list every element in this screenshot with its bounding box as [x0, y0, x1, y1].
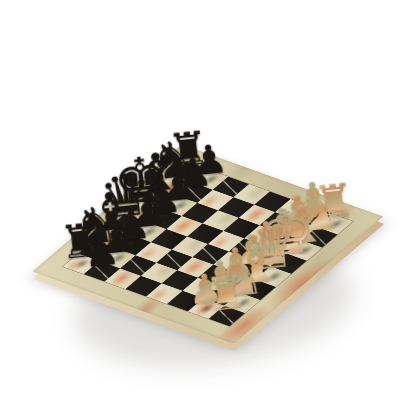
onyx-rook-glyph: ♜ — [203, 268, 249, 318]
product-photo-canvas: ♜♞♝♛♚♝♞♜♟♟♟♟♟♟♟♟♟♟♟♟♟♟♟♟♜♞♝♛♚♝♞♜ — [0, 0, 416, 416]
black-pawn-glyph: ♟ — [82, 230, 122, 274]
